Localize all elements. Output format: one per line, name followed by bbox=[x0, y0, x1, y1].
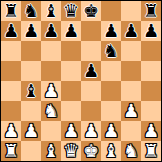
white-queen-piece[interactable]: ♛ bbox=[63, 141, 79, 161]
square-h3[interactable] bbox=[141, 101, 161, 121]
square-h8[interactable]: ♜ bbox=[141, 1, 161, 21]
black-rook-piece[interactable]: ♜ bbox=[3, 1, 19, 21]
white-pawn-piece[interactable]: ♟ bbox=[143, 121, 159, 141]
square-h6[interactable] bbox=[141, 41, 161, 61]
square-d7[interactable]: ♟ bbox=[61, 21, 81, 41]
black-knight-piece[interactable]: ♞ bbox=[23, 1, 39, 21]
square-h1[interactable]: ♜ bbox=[141, 141, 161, 161]
square-g2[interactable] bbox=[121, 121, 141, 141]
black-king-piece[interactable]: ♚ bbox=[83, 1, 99, 21]
square-g5[interactable] bbox=[121, 61, 141, 81]
square-b6[interactable] bbox=[21, 41, 41, 61]
square-a4[interactable] bbox=[1, 81, 21, 101]
square-d8[interactable]: ♛ bbox=[61, 1, 81, 21]
square-f6[interactable]: ♞ bbox=[101, 41, 121, 61]
chess-board-frame: ♜♞♝♛♚♜♟♟♟♟♟♟♟♞♟♝♟♞♟♟♟♟♟♟♟♜♝♛♚♝♞♜ bbox=[0, 0, 162, 162]
square-e1[interactable]: ♚ bbox=[81, 141, 101, 161]
square-g1[interactable]: ♞ bbox=[121, 141, 141, 161]
black-bishop-piece[interactable]: ♝ bbox=[23, 81, 39, 101]
black-bishop-piece[interactable]: ♝ bbox=[43, 1, 59, 21]
white-bishop-piece[interactable]: ♝ bbox=[43, 141, 59, 161]
black-pawn-piece[interactable]: ♟ bbox=[103, 21, 119, 41]
black-pawn-piece[interactable]: ♟ bbox=[23, 21, 39, 41]
square-f2[interactable]: ♟ bbox=[101, 121, 121, 141]
square-e7[interactable] bbox=[81, 21, 101, 41]
square-a7[interactable]: ♟ bbox=[1, 21, 21, 41]
square-e2[interactable]: ♟ bbox=[81, 121, 101, 141]
square-b8[interactable]: ♞ bbox=[21, 1, 41, 21]
chess-board: ♜♞♝♛♚♜♟♟♟♟♟♟♟♞♟♝♟♞♟♟♟♟♟♟♟♜♝♛♚♝♞♜ bbox=[1, 1, 161, 161]
black-pawn-piece[interactable]: ♟ bbox=[43, 21, 59, 41]
white-pawn-piece[interactable]: ♟ bbox=[23, 121, 39, 141]
square-g6[interactable] bbox=[121, 41, 141, 61]
black-knight-piece[interactable]: ♞ bbox=[103, 41, 119, 61]
square-e3[interactable] bbox=[81, 101, 101, 121]
white-pawn-piece[interactable]: ♟ bbox=[103, 121, 119, 141]
square-b4[interactable]: ♝ bbox=[21, 81, 41, 101]
square-b3[interactable] bbox=[21, 101, 41, 121]
square-f3[interactable] bbox=[101, 101, 121, 121]
square-b2[interactable]: ♟ bbox=[21, 121, 41, 141]
black-pawn-piece[interactable]: ♟ bbox=[83, 61, 99, 81]
square-d1[interactable]: ♛ bbox=[61, 141, 81, 161]
white-pawn-piece[interactable]: ♟ bbox=[3, 121, 19, 141]
white-pawn-piece[interactable]: ♟ bbox=[123, 101, 139, 121]
white-knight-piece[interactable]: ♞ bbox=[123, 141, 139, 161]
white-bishop-piece[interactable]: ♝ bbox=[103, 141, 119, 161]
white-rook-piece[interactable]: ♜ bbox=[3, 141, 19, 161]
square-g8[interactable] bbox=[121, 1, 141, 21]
square-c5[interactable] bbox=[41, 61, 61, 81]
square-h4[interactable] bbox=[141, 81, 161, 101]
white-knight-piece[interactable]: ♞ bbox=[43, 101, 59, 121]
square-d3[interactable] bbox=[61, 101, 81, 121]
square-b5[interactable] bbox=[21, 61, 41, 81]
square-c8[interactable]: ♝ bbox=[41, 1, 61, 21]
square-a5[interactable] bbox=[1, 61, 21, 81]
white-pawn-piece[interactable]: ♟ bbox=[83, 121, 99, 141]
square-f5[interactable] bbox=[101, 61, 121, 81]
square-d5[interactable] bbox=[61, 61, 81, 81]
square-c2[interactable] bbox=[41, 121, 61, 141]
square-g3[interactable]: ♟ bbox=[121, 101, 141, 121]
square-e6[interactable] bbox=[81, 41, 101, 61]
square-a8[interactable]: ♜ bbox=[1, 1, 21, 21]
square-c1[interactable]: ♝ bbox=[41, 141, 61, 161]
white-pawn-piece[interactable]: ♟ bbox=[43, 81, 59, 101]
black-pawn-piece[interactable]: ♟ bbox=[63, 21, 79, 41]
square-a1[interactable]: ♜ bbox=[1, 141, 21, 161]
square-f1[interactable]: ♝ bbox=[101, 141, 121, 161]
white-pawn-piece[interactable]: ♟ bbox=[63, 121, 79, 141]
square-e5[interactable]: ♟ bbox=[81, 61, 101, 81]
square-e4[interactable] bbox=[81, 81, 101, 101]
square-a3[interactable] bbox=[1, 101, 21, 121]
square-f7[interactable]: ♟ bbox=[101, 21, 121, 41]
square-c6[interactable] bbox=[41, 41, 61, 61]
black-rook-piece[interactable]: ♜ bbox=[143, 1, 159, 21]
black-pawn-piece[interactable]: ♟ bbox=[143, 21, 159, 41]
square-c3[interactable]: ♞ bbox=[41, 101, 61, 121]
square-d6[interactable] bbox=[61, 41, 81, 61]
square-f8[interactable] bbox=[101, 1, 121, 21]
square-h7[interactable]: ♟ bbox=[141, 21, 161, 41]
white-rook-piece[interactable]: ♜ bbox=[143, 141, 159, 161]
square-h5[interactable] bbox=[141, 61, 161, 81]
square-c7[interactable]: ♟ bbox=[41, 21, 61, 41]
square-h2[interactable]: ♟ bbox=[141, 121, 161, 141]
square-a2[interactable]: ♟ bbox=[1, 121, 21, 141]
square-b1[interactable] bbox=[21, 141, 41, 161]
square-e8[interactable]: ♚ bbox=[81, 1, 101, 21]
square-b7[interactable]: ♟ bbox=[21, 21, 41, 41]
black-pawn-piece[interactable]: ♟ bbox=[3, 21, 19, 41]
black-queen-piece[interactable]: ♛ bbox=[63, 1, 79, 21]
square-a6[interactable] bbox=[1, 41, 21, 61]
square-f4[interactable] bbox=[101, 81, 121, 101]
square-d2[interactable]: ♟ bbox=[61, 121, 81, 141]
black-pawn-piece[interactable]: ♟ bbox=[123, 21, 139, 41]
white-king-piece[interactable]: ♚ bbox=[83, 141, 99, 161]
square-g7[interactable]: ♟ bbox=[121, 21, 141, 41]
square-d4[interactable] bbox=[61, 81, 81, 101]
square-c4[interactable]: ♟ bbox=[41, 81, 61, 101]
square-g4[interactable] bbox=[121, 81, 141, 101]
